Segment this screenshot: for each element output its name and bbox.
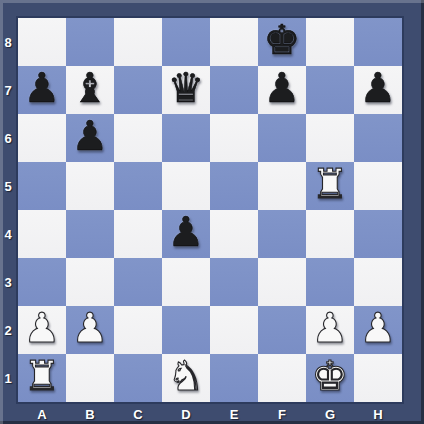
square-b2[interactable]: ♟ [66,306,114,354]
piece-black-queen[interactable]: ♛ [168,68,205,112]
square-g6[interactable] [306,114,354,162]
square-h7[interactable]: ♟ [354,66,402,114]
square-g7[interactable] [306,66,354,114]
square-h6[interactable] [354,114,402,162]
square-c6[interactable] [114,114,162,162]
square-h1[interactable] [354,354,402,402]
square-f4[interactable] [258,210,306,258]
square-b1[interactable] [66,354,114,402]
piece-black-pawn[interactable]: ♟ [24,68,61,112]
file-label-e: E [210,404,258,424]
square-a2[interactable]: ♟ [18,306,66,354]
square-f6[interactable] [258,114,306,162]
piece-white-pawn[interactable]: ♟ [72,308,109,352]
piece-white-rook[interactable]: ♜ [24,356,61,400]
file-label-d: D [162,404,210,424]
piece-black-pawn[interactable]: ♟ [360,68,397,112]
file-label-c: C [114,404,162,424]
rank-label-3: 3 [0,258,16,306]
square-h4[interactable] [354,210,402,258]
square-h3[interactable] [354,258,402,306]
square-a4[interactable] [18,210,66,258]
rank-label-7: 7 [0,66,16,114]
square-f8[interactable]: ♚ [258,18,306,66]
square-h8[interactable] [354,18,402,66]
square-e8[interactable] [210,18,258,66]
square-f5[interactable] [258,162,306,210]
square-d1[interactable]: ♞ [162,354,210,402]
rank-label-6: 6 [0,114,16,162]
piece-black-pawn[interactable]: ♟ [264,68,301,112]
square-a3[interactable] [18,258,66,306]
square-c8[interactable] [114,18,162,66]
piece-white-knight[interactable]: ♞ [168,356,205,400]
piece-white-rook[interactable]: ♜ [312,164,349,208]
square-e1[interactable] [210,354,258,402]
square-d5[interactable] [162,162,210,210]
file-label-a: A [18,404,66,424]
rank-label-5: 5 [0,162,16,210]
file-label-f: F [258,404,306,424]
square-g5[interactable]: ♜ [306,162,354,210]
square-e2[interactable] [210,306,258,354]
file-label-g: G [306,404,354,424]
square-e7[interactable] [210,66,258,114]
square-d8[interactable] [162,18,210,66]
square-b3[interactable] [66,258,114,306]
square-b8[interactable] [66,18,114,66]
piece-black-pawn[interactable]: ♟ [168,212,205,256]
square-e6[interactable] [210,114,258,162]
square-g2[interactable]: ♟ [306,306,354,354]
square-c2[interactable] [114,306,162,354]
piece-white-pawn[interactable]: ♟ [24,308,61,352]
square-d6[interactable] [162,114,210,162]
rank-label-1: 1 [0,354,16,402]
piece-white-pawn[interactable]: ♟ [360,308,397,352]
piece-white-king[interactable]: ♚ [312,356,349,400]
rank-label-8: 8 [0,18,16,66]
square-a7[interactable]: ♟ [18,66,66,114]
square-g1[interactable]: ♚ [306,354,354,402]
square-d7[interactable]: ♛ [162,66,210,114]
square-h5[interactable] [354,162,402,210]
square-d4[interactable]: ♟ [162,210,210,258]
rank-label-4: 4 [0,210,16,258]
file-label-h: H [354,404,402,424]
rank-label-2: 2 [0,306,16,354]
square-g8[interactable] [306,18,354,66]
square-b4[interactable] [66,210,114,258]
square-c5[interactable] [114,162,162,210]
square-f7[interactable]: ♟ [258,66,306,114]
file-labels: ABCDEFGH [18,404,402,424]
square-f2[interactable] [258,306,306,354]
chess-board: ♚♟♝♛♟♟♟♜♟♟♟♟♟♜♞♚ [16,16,404,404]
square-h2[interactable]: ♟ [354,306,402,354]
piece-black-bishop[interactable]: ♝ [72,68,109,112]
square-b5[interactable] [66,162,114,210]
square-c7[interactable] [114,66,162,114]
square-b6[interactable]: ♟ [66,114,114,162]
square-c3[interactable] [114,258,162,306]
square-b7[interactable]: ♝ [66,66,114,114]
square-c4[interactable] [114,210,162,258]
chess-board-frame: 87654321 ♚♟♝♛♟♟♟♜♟♟♟♟♟♜♞♚ ABCDEFGH [0,0,424,424]
piece-black-king[interactable]: ♚ [264,20,301,64]
piece-white-pawn[interactable]: ♟ [312,308,349,352]
square-a5[interactable] [18,162,66,210]
square-d2[interactable] [162,306,210,354]
square-f1[interactable] [258,354,306,402]
rank-labels: 87654321 [0,18,16,402]
square-g3[interactable] [306,258,354,306]
square-a1[interactable]: ♜ [18,354,66,402]
square-a8[interactable] [18,18,66,66]
piece-black-pawn[interactable]: ♟ [72,116,109,160]
square-e3[interactable] [210,258,258,306]
square-e5[interactable] [210,162,258,210]
square-f3[interactable] [258,258,306,306]
file-label-b: B [66,404,114,424]
square-a6[interactable] [18,114,66,162]
square-e4[interactable] [210,210,258,258]
square-g4[interactable] [306,210,354,258]
square-d3[interactable] [162,258,210,306]
square-c1[interactable] [114,354,162,402]
